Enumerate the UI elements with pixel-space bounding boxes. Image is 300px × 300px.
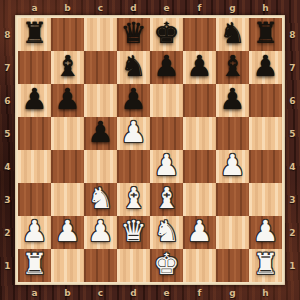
square-a3[interactable] (18, 183, 51, 216)
rank-label-left-7: 7 (1, 51, 14, 84)
rank-label-right-5: 5 (286, 117, 299, 150)
file-label-top-b: b (51, 1, 84, 14)
square-h6[interactable] (249, 84, 282, 117)
square-c8[interactable] (84, 18, 117, 51)
piece-black-pawn-e7[interactable]: ♟ (154, 52, 180, 81)
square-d7[interactable]: ♞ (117, 51, 150, 84)
rank-label-right-4: 4 (286, 150, 299, 183)
piece-black-pawn-c5[interactable]: ♟ (88, 118, 114, 147)
rank-label-right-7: 7 (286, 51, 299, 84)
square-d6[interactable]: ♟ (117, 84, 150, 117)
piece-black-pawn-d6[interactable]: ♟ (121, 85, 147, 114)
rank-label-right-1: 1 (286, 249, 299, 282)
square-g2[interactable] (216, 216, 249, 249)
file-label-bottom-d: d (117, 286, 150, 299)
square-c1[interactable] (84, 249, 117, 282)
piece-black-rook-h8[interactable]: ♜ (253, 19, 279, 48)
square-c5[interactable]: ♟ (84, 117, 117, 150)
square-c6[interactable] (84, 84, 117, 117)
piece-white-pawn-c2[interactable]: ♟ (88, 217, 114, 246)
piece-white-pawn-d5[interactable]: ♟ (121, 118, 147, 147)
square-e1[interactable]: ♚ (150, 249, 183, 282)
piece-black-bishop-g7[interactable]: ♝ (220, 52, 246, 81)
square-c2[interactable]: ♟ (84, 216, 117, 249)
rank-label-right-3: 3 (286, 183, 299, 216)
square-g4[interactable]: ♟ (216, 150, 249, 183)
square-f1[interactable] (183, 249, 216, 282)
square-a1[interactable]: ♜ (18, 249, 51, 282)
square-e7[interactable]: ♟ (150, 51, 183, 84)
piece-white-knight-e2[interactable]: ♞ (154, 217, 180, 246)
square-g5[interactable] (216, 117, 249, 150)
piece-white-pawn-a2[interactable]: ♟ (22, 217, 48, 246)
file-label-top-a: a (18, 1, 51, 14)
square-a4[interactable] (18, 150, 51, 183)
square-f2[interactable]: ♟ (183, 216, 216, 249)
piece-white-pawn-e4[interactable]: ♟ (154, 151, 180, 180)
square-a7[interactable] (18, 51, 51, 84)
square-b1[interactable] (51, 249, 84, 282)
piece-black-king-e8[interactable]: ♚ (154, 19, 180, 48)
piece-black-pawn-b6[interactable]: ♟ (55, 85, 81, 114)
square-h7[interactable]: ♟ (249, 51, 282, 84)
square-g6[interactable]: ♟ (216, 84, 249, 117)
square-d8[interactable]: ♛ (117, 18, 150, 51)
rank-label-left-2: 2 (1, 216, 14, 249)
file-label-top-h: h (249, 1, 282, 14)
file-label-bottom-c: c (84, 286, 117, 299)
square-e4[interactable]: ♟ (150, 150, 183, 183)
piece-white-pawn-b2[interactable]: ♟ (55, 217, 81, 246)
file-label-bottom-h: h (249, 286, 282, 299)
rank-label-right-2: 2 (286, 216, 299, 249)
piece-white-pawn-h2[interactable]: ♟ (253, 217, 279, 246)
square-b5[interactable] (51, 117, 84, 150)
square-h5[interactable] (249, 117, 282, 150)
rank-label-left-6: 6 (1, 84, 14, 117)
piece-white-bishop-e3[interactable]: ♝ (154, 184, 180, 213)
file-label-top-e: e (150, 1, 183, 14)
square-d3[interactable]: ♝ (117, 183, 150, 216)
square-h8[interactable]: ♜ (249, 18, 282, 51)
file-label-top-c: c (84, 1, 117, 14)
piece-white-king-e1[interactable]: ♚ (154, 250, 180, 279)
square-a2[interactable]: ♟ (18, 216, 51, 249)
square-f6[interactable] (183, 84, 216, 117)
square-b2[interactable]: ♟ (51, 216, 84, 249)
square-c3[interactable]: ♞ (84, 183, 117, 216)
piece-white-rook-h1[interactable]: ♜ (253, 250, 279, 279)
piece-black-pawn-g6[interactable]: ♟ (220, 85, 246, 114)
file-label-bottom-g: g (216, 286, 249, 299)
piece-black-rook-a8[interactable]: ♜ (22, 19, 48, 48)
square-h3[interactable] (249, 183, 282, 216)
piece-white-pawn-f2[interactable]: ♟ (187, 217, 213, 246)
file-label-top-f: f (183, 1, 216, 14)
piece-black-knight-d7[interactable]: ♞ (121, 52, 147, 81)
file-label-bottom-e: e (150, 286, 183, 299)
chess-board[interactable]: ♜♛♚♞♜♝♞♟♟♝♟♟♟♟♟♟♟♟♟♞♝♝♟♟♟♛♞♟♟♜♚♜ (18, 18, 282, 282)
square-h4[interactable] (249, 150, 282, 183)
rank-label-right-8: 8 (286, 18, 299, 51)
file-label-bottom-b: b (51, 286, 84, 299)
square-d5[interactable]: ♟ (117, 117, 150, 150)
square-b7[interactable]: ♝ (51, 51, 84, 84)
square-f3[interactable] (183, 183, 216, 216)
square-f5[interactable] (183, 117, 216, 150)
rank-label-right-6: 6 (286, 84, 299, 117)
square-h1[interactable]: ♜ (249, 249, 282, 282)
piece-black-bishop-b7[interactable]: ♝ (55, 52, 81, 81)
rank-label-left-8: 8 (1, 18, 14, 51)
rank-labels-right: 87654321 (286, 18, 299, 282)
square-b3[interactable] (51, 183, 84, 216)
square-b6[interactable]: ♟ (51, 84, 84, 117)
file-label-top-d: d (117, 1, 150, 14)
rank-label-left-3: 3 (1, 183, 14, 216)
square-f7[interactable]: ♟ (183, 51, 216, 84)
square-a6[interactable]: ♟ (18, 84, 51, 117)
square-g1[interactable] (216, 249, 249, 282)
square-e8[interactable]: ♚ (150, 18, 183, 51)
piece-white-rook-a1[interactable]: ♜ (22, 250, 48, 279)
piece-white-bishop-d3[interactable]: ♝ (121, 184, 147, 213)
file-label-bottom-a: a (18, 286, 51, 299)
square-f8[interactable] (183, 18, 216, 51)
square-e2[interactable]: ♞ (150, 216, 183, 249)
square-e6[interactable] (150, 84, 183, 117)
file-label-top-g: g (216, 1, 249, 14)
file-label-bottom-f: f (183, 286, 216, 299)
square-g8[interactable]: ♞ (216, 18, 249, 51)
rank-label-left-5: 5 (1, 117, 14, 150)
square-h2[interactable]: ♟ (249, 216, 282, 249)
square-g3[interactable] (216, 183, 249, 216)
chess-app-window: ♜♛♚♞♜♝♞♟♟♝♟♟♟♟♟♟♟♟♟♞♝♝♟♟♟♛♞♟♟♜♚♜ abcdefg… (0, 0, 300, 300)
square-a8[interactable]: ♜ (18, 18, 51, 51)
square-a5[interactable] (18, 117, 51, 150)
square-b8[interactable] (51, 18, 84, 51)
square-d1[interactable] (117, 249, 150, 282)
file-labels-top: abcdefgh (18, 1, 282, 14)
piece-white-pawn-g4[interactable]: ♟ (220, 151, 246, 180)
piece-white-knight-c3[interactable]: ♞ (88, 184, 114, 213)
piece-black-pawn-a6[interactable]: ♟ (22, 85, 48, 114)
piece-black-pawn-h7[interactable]: ♟ (253, 52, 279, 81)
file-labels-bottom: abcdefgh (18, 286, 282, 299)
square-b4[interactable] (51, 150, 84, 183)
piece-black-knight-g8[interactable]: ♞ (220, 19, 246, 48)
rank-label-left-1: 1 (1, 249, 14, 282)
square-e3[interactable]: ♝ (150, 183, 183, 216)
rank-labels-left: 87654321 (1, 18, 14, 282)
square-g7[interactable]: ♝ (216, 51, 249, 84)
square-f4[interactable] (183, 150, 216, 183)
piece-black-queen-d8[interactable]: ♛ (121, 19, 147, 48)
square-d2[interactable]: ♛ (117, 216, 150, 249)
square-d4[interactable] (117, 150, 150, 183)
square-c7[interactable] (84, 51, 117, 84)
piece-black-pawn-f7[interactable]: ♟ (187, 52, 213, 81)
piece-white-queen-d2[interactable]: ♛ (121, 217, 147, 246)
square-e5[interactable] (150, 117, 183, 150)
rank-label-left-4: 4 (1, 150, 14, 183)
square-c4[interactable] (84, 150, 117, 183)
